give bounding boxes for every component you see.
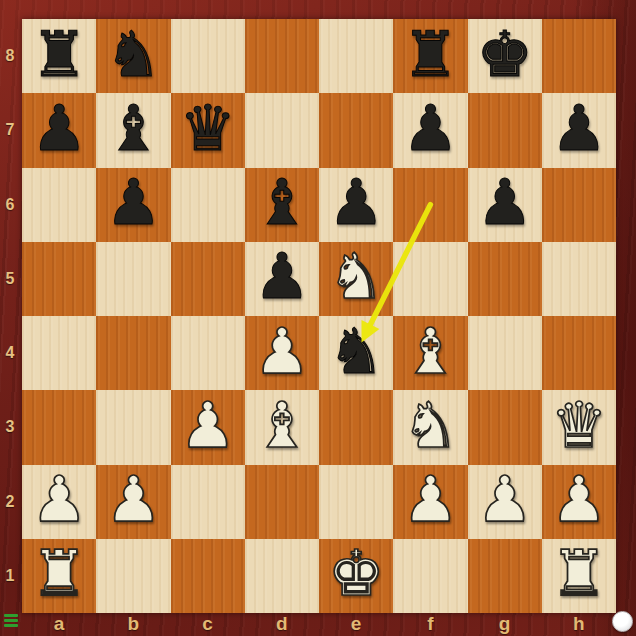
square-e6[interactable]: ♟ xyxy=(319,168,393,242)
piece-black-pawn[interactable]: ♟ xyxy=(476,171,532,234)
piece-black-pawn[interactable]: ♟ xyxy=(31,97,87,160)
piece-black-queen[interactable]: ♛ xyxy=(179,97,235,160)
piece-white-bishop[interactable]: ♝ xyxy=(254,394,310,457)
piece-white-pawn[interactable]: ♟ xyxy=(105,468,161,531)
square-c2[interactable] xyxy=(171,465,245,539)
square-b2[interactable]: ♟ xyxy=(96,465,170,539)
square-h7[interactable]: ♟ xyxy=(542,93,616,167)
piece-white-pawn[interactable]: ♟ xyxy=(254,320,310,383)
rank-label-4: 4 xyxy=(2,343,18,363)
square-a3[interactable] xyxy=(22,390,96,464)
square-a8[interactable]: ♜ xyxy=(22,19,96,93)
square-f5[interactable] xyxy=(393,242,467,316)
square-d1[interactable] xyxy=(245,539,319,613)
piece-white-knight[interactable]: ♞ xyxy=(328,245,384,308)
square-f2[interactable]: ♟ xyxy=(393,465,467,539)
square-a6[interactable] xyxy=(22,168,96,242)
square-a4[interactable] xyxy=(22,316,96,390)
piece-black-pawn[interactable]: ♟ xyxy=(402,97,458,160)
piece-white-rook[interactable]: ♜ xyxy=(31,542,87,605)
piece-white-pawn[interactable]: ♟ xyxy=(551,468,607,531)
square-h3[interactable]: ♛ xyxy=(542,390,616,464)
square-f4[interactable]: ♝ xyxy=(393,316,467,390)
square-h1[interactable]: ♜ xyxy=(542,539,616,613)
square-g4[interactable] xyxy=(468,316,542,390)
square-d6[interactable]: ♝ xyxy=(245,168,319,242)
piece-white-pawn[interactable]: ♟ xyxy=(31,468,87,531)
rank-label-8: 8 xyxy=(2,46,18,66)
square-c6[interactable] xyxy=(171,168,245,242)
square-c1[interactable] xyxy=(171,539,245,613)
rank-label-1: 1 xyxy=(2,566,18,586)
hamburger-bar xyxy=(4,624,18,627)
piece-white-knight[interactable]: ♞ xyxy=(402,394,458,457)
chess-board[interactable]: ♜♞♜♚♟♝♛♟♟♟♝♟♟♟♞♟♞♝♟♝♞♛♟♟♟♟♟♜♚♜ xyxy=(22,19,616,613)
square-h4[interactable] xyxy=(542,316,616,390)
square-a2[interactable]: ♟ xyxy=(22,465,96,539)
square-e5[interactable]: ♞ xyxy=(319,242,393,316)
hamburger-bar xyxy=(4,619,18,622)
hamburger-bar xyxy=(4,614,18,617)
piece-white-pawn[interactable]: ♟ xyxy=(402,468,458,531)
square-b6[interactable]: ♟ xyxy=(96,168,170,242)
square-g1[interactable] xyxy=(468,539,542,613)
square-d8[interactable] xyxy=(245,19,319,93)
square-f3[interactable]: ♞ xyxy=(393,390,467,464)
square-d2[interactable] xyxy=(245,465,319,539)
square-c5[interactable] xyxy=(171,242,245,316)
file-label-e: e xyxy=(345,612,367,636)
square-a7[interactable]: ♟ xyxy=(22,93,96,167)
square-h8[interactable] xyxy=(542,19,616,93)
piece-black-pawn[interactable]: ♟ xyxy=(551,97,607,160)
square-b7[interactable]: ♝ xyxy=(96,93,170,167)
square-f1[interactable] xyxy=(393,539,467,613)
square-b3[interactable] xyxy=(96,390,170,464)
piece-white-king[interactable]: ♚ xyxy=(328,542,384,605)
square-f6[interactable] xyxy=(393,168,467,242)
square-h2[interactable]: ♟ xyxy=(542,465,616,539)
rank-label-5: 5 xyxy=(2,269,18,289)
file-label-g: g xyxy=(494,612,516,636)
square-f8[interactable]: ♜ xyxy=(393,19,467,93)
file-label-b: b xyxy=(122,612,144,636)
piece-black-pawn[interactable]: ♟ xyxy=(254,245,310,308)
piece-white-pawn[interactable]: ♟ xyxy=(179,394,235,457)
piece-black-pawn[interactable]: ♟ xyxy=(328,171,384,234)
square-h5[interactable] xyxy=(542,242,616,316)
square-d4[interactable]: ♟ xyxy=(245,316,319,390)
rank-label-6: 6 xyxy=(2,195,18,215)
square-f7[interactable]: ♟ xyxy=(393,93,467,167)
square-c8[interactable] xyxy=(171,19,245,93)
square-g8[interactable]: ♚ xyxy=(468,19,542,93)
square-b8[interactable]: ♞ xyxy=(96,19,170,93)
square-a1[interactable]: ♜ xyxy=(22,539,96,613)
square-c3[interactable]: ♟ xyxy=(171,390,245,464)
piece-black-bishop[interactable]: ♝ xyxy=(254,171,310,234)
square-g3[interactable] xyxy=(468,390,542,464)
piece-black-king[interactable]: ♚ xyxy=(476,23,532,86)
piece-white-pawn[interactable]: ♟ xyxy=(476,468,532,531)
piece-black-rook[interactable]: ♜ xyxy=(31,23,87,86)
square-g2[interactable]: ♟ xyxy=(468,465,542,539)
square-d7[interactable] xyxy=(245,93,319,167)
file-label-f: f xyxy=(419,612,441,636)
rank-label-3: 3 xyxy=(2,417,18,437)
piece-black-rook[interactable]: ♜ xyxy=(402,23,458,86)
file-label-c: c xyxy=(197,612,219,636)
rank-label-7: 7 xyxy=(2,120,18,140)
board-menu-hamburger-icon[interactable] xyxy=(4,614,18,629)
square-g7[interactable] xyxy=(468,93,542,167)
rank-label-2: 2 xyxy=(2,492,18,512)
square-e4[interactable]: ♞ xyxy=(319,316,393,390)
piece-black-knight[interactable]: ♞ xyxy=(328,320,384,383)
piece-white-queen[interactable]: ♛ xyxy=(551,394,607,457)
square-e2[interactable] xyxy=(319,465,393,539)
piece-white-bishop[interactable]: ♝ xyxy=(402,320,458,383)
square-c4[interactable] xyxy=(171,316,245,390)
file-label-d: d xyxy=(271,612,293,636)
square-g5[interactable] xyxy=(468,242,542,316)
square-h6[interactable] xyxy=(542,168,616,242)
piece-white-rook[interactable]: ♜ xyxy=(551,542,607,605)
piece-black-pawn[interactable]: ♟ xyxy=(105,171,161,234)
file-label-h: h xyxy=(568,612,590,636)
square-a5[interactable] xyxy=(22,242,96,316)
white-to-move-indicator xyxy=(612,611,633,632)
square-e3[interactable] xyxy=(319,390,393,464)
square-c7[interactable]: ♛ xyxy=(171,93,245,167)
square-d5[interactable]: ♟ xyxy=(245,242,319,316)
file-label-a: a xyxy=(48,612,70,636)
square-g6[interactable]: ♟ xyxy=(468,168,542,242)
square-b1[interactable] xyxy=(96,539,170,613)
square-b4[interactable] xyxy=(96,316,170,390)
square-d3[interactable]: ♝ xyxy=(245,390,319,464)
square-b5[interactable] xyxy=(96,242,170,316)
square-e8[interactable] xyxy=(319,19,393,93)
piece-black-bishop[interactable]: ♝ xyxy=(105,97,161,160)
piece-black-knight[interactable]: ♞ xyxy=(105,23,161,86)
square-e7[interactable] xyxy=(319,93,393,167)
square-e1[interactable]: ♚ xyxy=(319,539,393,613)
